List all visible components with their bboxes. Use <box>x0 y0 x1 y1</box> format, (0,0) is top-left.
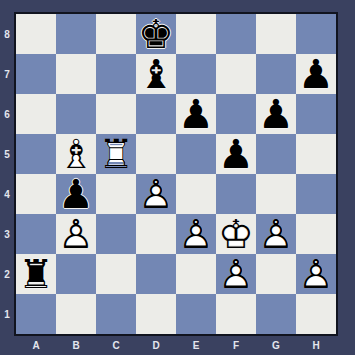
square-f6[interactable] <box>216 94 256 134</box>
square-g6[interactable]: ♟ <box>256 94 296 134</box>
square-g2[interactable] <box>256 254 296 294</box>
square-h1[interactable] <box>296 294 336 334</box>
square-f2[interactable]: ♟♙ <box>216 254 256 294</box>
white-king-outline: ♔ <box>216 214 256 254</box>
square-g8[interactable] <box>256 14 296 54</box>
square-e1[interactable] <box>176 294 216 334</box>
chess-board: ♚♝♟♟♟♝♗♜♖♟♟♟♙♟♙♟♙♚♔♟♙♜♟♙♟♙ <box>14 12 338 336</box>
white-pawn-outline: ♙ <box>176 214 216 254</box>
square-e6[interactable]: ♟ <box>176 94 216 134</box>
black-pawn[interactable]: ♟ <box>176 94 216 134</box>
square-h7[interactable]: ♟ <box>296 54 336 94</box>
square-c8[interactable] <box>96 14 136 54</box>
square-c6[interactable] <box>96 94 136 134</box>
rank-label-8: 8 <box>0 14 14 54</box>
white-rook[interactable]: ♜♖ <box>96 134 136 174</box>
white-pawn[interactable]: ♟♙ <box>296 254 336 294</box>
white-pawn-outline: ♙ <box>216 254 256 294</box>
square-d2[interactable] <box>136 254 176 294</box>
square-d5[interactable] <box>136 134 176 174</box>
black-bishop[interactable]: ♝ <box>136 54 176 94</box>
rank-label-6: 6 <box>0 94 14 134</box>
white-rook-outline: ♖ <box>96 134 136 174</box>
white-pawn[interactable]: ♟♙ <box>136 174 176 214</box>
square-g7[interactable] <box>256 54 296 94</box>
file-label-g: G <box>256 336 296 355</box>
square-d3[interactable] <box>136 214 176 254</box>
black-pawn-glyph: ♟ <box>296 54 336 94</box>
file-label-d: D <box>136 336 176 355</box>
black-king-glyph: ♚ <box>136 14 176 54</box>
black-rook[interactable]: ♜ <box>16 254 56 294</box>
black-king[interactable]: ♚ <box>136 14 176 54</box>
square-g1[interactable] <box>256 294 296 334</box>
white-pawn-outline: ♙ <box>56 214 96 254</box>
rank-label-3: 3 <box>0 214 14 254</box>
square-f1[interactable] <box>216 294 256 334</box>
white-bishop-outline: ♗ <box>56 134 96 174</box>
black-pawn-glyph: ♟ <box>56 174 96 214</box>
white-pawn[interactable]: ♟♙ <box>56 214 96 254</box>
square-a5[interactable] <box>16 134 56 174</box>
rank-label-2: 2 <box>0 254 14 294</box>
white-pawn-outline: ♙ <box>256 214 296 254</box>
square-b5[interactable]: ♝♗ <box>56 134 96 174</box>
square-f5[interactable]: ♟ <box>216 134 256 174</box>
white-pawn-outline: ♙ <box>296 254 336 294</box>
white-pawn-outline: ♙ <box>136 174 176 214</box>
square-b6[interactable] <box>56 94 96 134</box>
square-f3[interactable]: ♚♔ <box>216 214 256 254</box>
black-pawn[interactable]: ♟ <box>216 134 256 174</box>
white-bishop[interactable]: ♝♗ <box>56 134 96 174</box>
black-bishop-glyph: ♝ <box>136 54 176 94</box>
square-b4[interactable]: ♟ <box>56 174 96 214</box>
file-label-e: E <box>176 336 216 355</box>
white-pawn[interactable]: ♟♙ <box>256 214 296 254</box>
square-c7[interactable] <box>96 54 136 94</box>
square-g5[interactable] <box>256 134 296 174</box>
black-pawn-glyph: ♟ <box>176 94 216 134</box>
square-a8[interactable] <box>16 14 56 54</box>
square-b1[interactable] <box>56 294 96 334</box>
black-pawn-glyph: ♟ <box>216 134 256 174</box>
file-label-a: A <box>16 336 56 355</box>
black-pawn[interactable]: ♟ <box>56 174 96 214</box>
square-b7[interactable] <box>56 54 96 94</box>
square-a1[interactable] <box>16 294 56 334</box>
rank-label-7: 7 <box>0 54 14 94</box>
square-h2[interactable]: ♟♙ <box>296 254 336 294</box>
square-b8[interactable] <box>56 14 96 54</box>
white-king[interactable]: ♚♔ <box>216 214 256 254</box>
square-f8[interactable] <box>216 14 256 54</box>
chess-app-window: ♚♝♟♟♟♝♗♜♖♟♟♟♙♟♙♟♙♚♔♟♙♜♟♙♟♙ 87654321 ABCD… <box>0 0 355 355</box>
square-e2[interactable] <box>176 254 216 294</box>
square-e5[interactable] <box>176 134 216 174</box>
square-a6[interactable] <box>16 94 56 134</box>
square-f7[interactable] <box>216 54 256 94</box>
square-b2[interactable] <box>56 254 96 294</box>
square-h6[interactable] <box>296 94 336 134</box>
file-label-b: B <box>56 336 96 355</box>
square-a2[interactable]: ♜ <box>16 254 56 294</box>
square-a7[interactable] <box>16 54 56 94</box>
white-pawn[interactable]: ♟♙ <box>176 214 216 254</box>
square-c4[interactable] <box>96 174 136 214</box>
file-label-h: H <box>296 336 336 355</box>
rank-label-5: 5 <box>0 134 14 174</box>
rank-label-1: 1 <box>0 294 14 334</box>
square-g3[interactable]: ♟♙ <box>256 214 296 254</box>
square-h8[interactable] <box>296 14 336 54</box>
black-rook-glyph: ♜ <box>16 254 56 294</box>
square-d8[interactable]: ♚ <box>136 14 176 54</box>
square-e4[interactable] <box>176 174 216 214</box>
file-label-f: F <box>216 336 256 355</box>
square-c5[interactable]: ♜♖ <box>96 134 136 174</box>
square-a4[interactable] <box>16 174 56 214</box>
square-h4[interactable] <box>296 174 336 214</box>
square-h3[interactable] <box>296 214 336 254</box>
square-h5[interactable] <box>296 134 336 174</box>
square-d4[interactable]: ♟♙ <box>136 174 176 214</box>
square-d7[interactable]: ♝ <box>136 54 176 94</box>
square-e8[interactable] <box>176 14 216 54</box>
square-c1[interactable] <box>96 294 136 334</box>
square-f4[interactable] <box>216 174 256 214</box>
square-d1[interactable] <box>136 294 176 334</box>
square-b3[interactable]: ♟♙ <box>56 214 96 254</box>
square-c2[interactable] <box>96 254 136 294</box>
white-pawn[interactable]: ♟♙ <box>216 254 256 294</box>
square-e3[interactable]: ♟♙ <box>176 214 216 254</box>
black-pawn[interactable]: ♟ <box>296 54 336 94</box>
black-pawn-glyph: ♟ <box>256 94 296 134</box>
file-label-c: C <box>96 336 136 355</box>
square-c3[interactable] <box>96 214 136 254</box>
square-e7[interactable] <box>176 54 216 94</box>
rank-label-4: 4 <box>0 174 14 214</box>
square-d6[interactable] <box>136 94 176 134</box>
square-a3[interactable] <box>16 214 56 254</box>
square-g4[interactable] <box>256 174 296 214</box>
black-pawn[interactable]: ♟ <box>256 94 296 134</box>
